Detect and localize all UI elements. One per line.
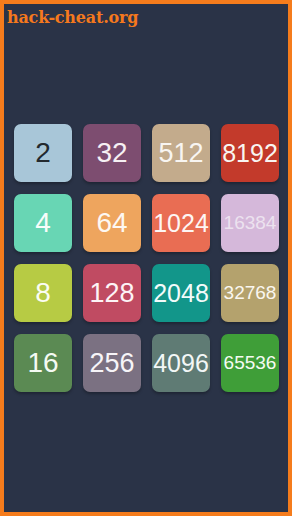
tile-64: 64 — [83, 194, 141, 252]
watermark-text: hack-cheat.org — [7, 8, 138, 28]
app-screen: hack-cheat.org 2325128192464102416384812… — [0, 0, 292, 516]
tile-256: 256 — [83, 334, 141, 392]
tile-4: 4 — [14, 194, 72, 252]
game-board-2048[interactable]: 2325128192464102416384812820483276816256… — [14, 124, 279, 392]
tile-1024: 1024 — [152, 194, 210, 252]
tile-2048: 2048 — [152, 264, 210, 322]
tile-32: 32 — [83, 124, 141, 182]
tile-16384: 16384 — [221, 194, 279, 252]
tile-128: 128 — [83, 264, 141, 322]
tile-8192: 8192 — [221, 124, 279, 182]
tile-512: 512 — [152, 124, 210, 182]
tile-16: 16 — [14, 334, 72, 392]
tile-8: 8 — [14, 264, 72, 322]
tile-65536: 65536 — [221, 334, 279, 392]
tile-32768: 32768 — [221, 264, 279, 322]
tile-2: 2 — [14, 124, 72, 182]
tile-4096: 4096 — [152, 334, 210, 392]
